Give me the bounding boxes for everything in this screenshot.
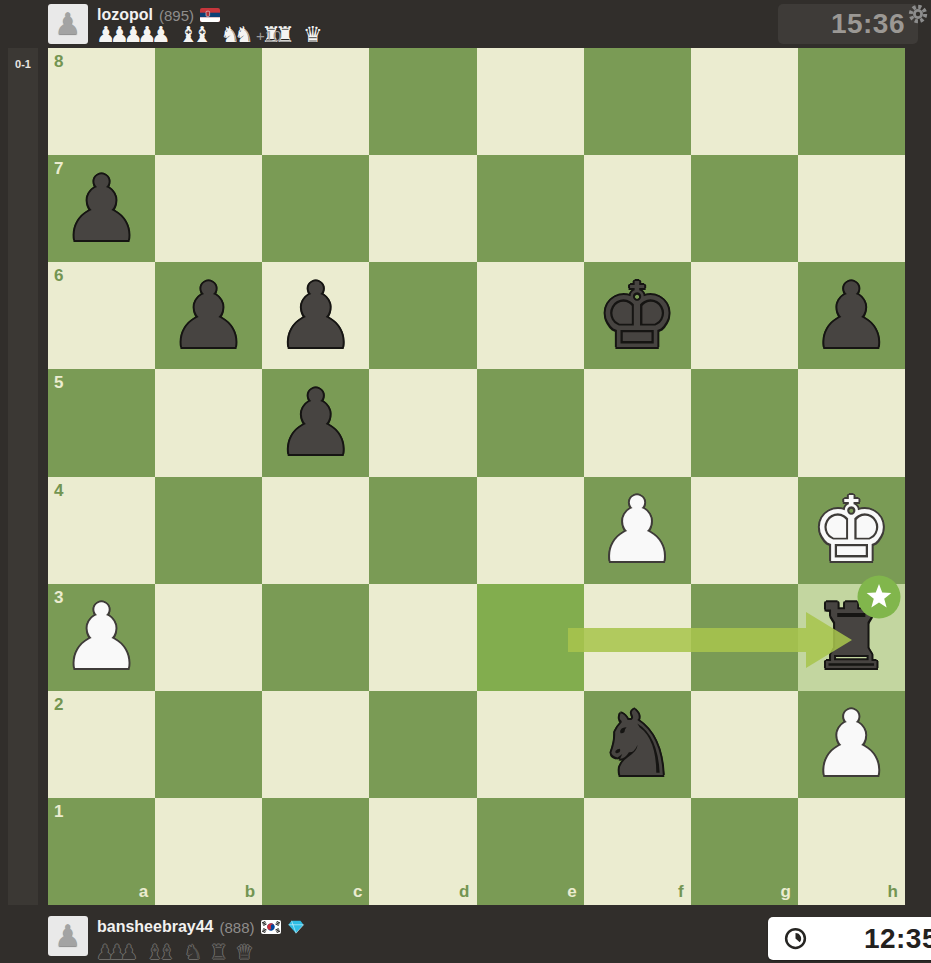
premium-diamond-icon [287, 919, 305, 935]
square-c1[interactable]: c [262, 798, 369, 905]
piece-bp-c5[interactable]: ♟ [275, 378, 356, 468]
square-g8[interactable] [691, 48, 798, 155]
square-g6[interactable] [691, 262, 798, 369]
captured-piece-b: ♝ [158, 942, 176, 962]
square-e5[interactable] [477, 369, 584, 476]
file-label-f: f [678, 883, 684, 900]
piece-wp-h2[interactable]: ♟ [811, 699, 892, 789]
square-f2[interactable]: ♞ [584, 691, 691, 798]
file-label-a: a [139, 883, 148, 900]
square-c4[interactable] [262, 477, 369, 584]
file-label-h: h [888, 883, 898, 900]
piece-wk-h4[interactable]: ♚ [811, 485, 892, 575]
square-b2[interactable] [155, 691, 262, 798]
square-f8[interactable] [584, 48, 691, 155]
square-f3[interactable] [584, 584, 691, 691]
square-b3[interactable] [155, 584, 262, 691]
square-a5[interactable]: 5 [48, 369, 155, 476]
top-clock-time: 15:36 [831, 8, 905, 40]
piece-wp-f4[interactable]: ♟ [597, 485, 678, 575]
square-d3[interactable] [369, 584, 476, 691]
bottom-player-rating: (888) [220, 919, 255, 936]
square-a8[interactable]: 8 [48, 48, 155, 155]
piece-wp-a3[interactable]: ♟ [61, 592, 142, 682]
square-f4[interactable]: ♟ [584, 477, 691, 584]
piece-bp-h6[interactable]: ♟ [811, 271, 892, 361]
rank-label-7: 7 [54, 160, 63, 177]
captured-piece-n: ♞ [234, 24, 254, 46]
rank-label-5: 5 [54, 374, 63, 391]
rank-label-1: 1 [54, 803, 63, 820]
piece-bk-f6[interactable]: ♚ [597, 271, 678, 361]
square-e3[interactable] [477, 584, 584, 691]
square-g4[interactable] [691, 477, 798, 584]
bottom-player-avatar[interactable]: ♟ [48, 916, 88, 956]
square-c6[interactable]: ♟ [262, 262, 369, 369]
square-a2[interactable]: 2 [48, 691, 155, 798]
game-result: 0-1 [15, 58, 31, 905]
captured-piece-q: ♛ [236, 942, 254, 962]
square-h1[interactable]: h [798, 798, 905, 905]
square-c8[interactable] [262, 48, 369, 155]
square-e1[interactable]: e [477, 798, 584, 905]
square-f1[interactable]: f [584, 798, 691, 905]
square-h4[interactable]: ♚ [798, 477, 905, 584]
captured-piece-n: ♞ [184, 942, 202, 962]
square-e2[interactable] [477, 691, 584, 798]
captured-piece-b: ♝ [192, 24, 212, 46]
captured-piece-q: ♛ [303, 24, 323, 46]
rank-label-3: 3 [54, 589, 63, 606]
file-label-c: c [353, 883, 362, 900]
square-f5[interactable] [584, 369, 691, 476]
captured-b-group: ♝♝ [179, 24, 212, 46]
square-h7[interactable] [798, 155, 905, 262]
captured-p-group: ♟♟♟♟♟ [96, 24, 171, 46]
square-h8[interactable] [798, 48, 905, 155]
file-label-e: e [567, 883, 576, 900]
square-h3[interactable]: ♜ [798, 584, 905, 691]
square-d2[interactable] [369, 691, 476, 798]
square-b5[interactable] [155, 369, 262, 476]
piece-bp-a7[interactable]: ♟ [61, 164, 142, 254]
square-b1[interactable]: b [155, 798, 262, 905]
top-player-avatar[interactable]: ♟ [48, 4, 88, 44]
square-h2[interactable]: ♟ [798, 691, 905, 798]
square-b7[interactable] [155, 155, 262, 262]
captured-n-group: ♞♞ [220, 24, 253, 46]
avatar-pawn-icon: ♟ [55, 921, 82, 951]
square-g5[interactable] [691, 369, 798, 476]
bottom-player-clock: 12:35 [768, 917, 931, 960]
south-korea-flag-icon [261, 920, 281, 934]
serbia-flag-icon [200, 8, 220, 22]
material-advantage: +10 [256, 25, 281, 47]
square-d7[interactable] [369, 155, 476, 262]
square-d4[interactable] [369, 477, 476, 584]
bottom-player-username[interactable]: bansheebray44 [97, 918, 214, 936]
square-g7[interactable] [691, 155, 798, 262]
top-player-captured-pieces: ♟♟♟♟♟♝♝♞♞♜♜♛ [96, 22, 331, 46]
captured-piece-p: ♟ [120, 942, 138, 962]
result-strip: 0-1 [8, 48, 38, 905]
top-player-clock: 15:36 [778, 4, 918, 44]
square-g1[interactable]: g [691, 798, 798, 905]
chess-board[interactable]: 87♟6♟♟♚♟5♟4♟♚3♟♜2♞♟1abcdefgh [48, 48, 905, 905]
square-g3[interactable] [691, 584, 798, 691]
rank-label-4: 4 [54, 482, 63, 499]
top-player-rating: (895) [159, 7, 194, 24]
square-g2[interactable] [691, 691, 798, 798]
square-a4[interactable]: 4 [48, 477, 155, 584]
captured-p-group: ♟♟♟ [96, 942, 138, 963]
square-c2[interactable] [262, 691, 369, 798]
square-d6[interactable] [369, 262, 476, 369]
square-e4[interactable] [477, 477, 584, 584]
square-b4[interactable] [155, 477, 262, 584]
piece-bp-c6[interactable]: ♟ [275, 271, 356, 361]
square-a6[interactable]: 6 [48, 262, 155, 369]
settings-gear-icon[interactable] [906, 2, 930, 30]
captured-n-group: ♞ [184, 942, 202, 963]
square-d8[interactable] [369, 48, 476, 155]
square-b8[interactable] [155, 48, 262, 155]
captured-r-group: ♜ [210, 942, 228, 963]
rank-label-6: 6 [54, 267, 63, 284]
captured-b-group: ♝♝ [146, 942, 176, 963]
captured-piece-r: ♜ [210, 942, 228, 962]
piece-br-h3[interactable]: ♜ [811, 592, 892, 682]
square-e7[interactable] [477, 155, 584, 262]
square-a1[interactable]: 1a [48, 798, 155, 905]
square-e8[interactable] [477, 48, 584, 155]
square-a7[interactable]: 7♟ [48, 155, 155, 262]
bottom-player-name-row: bansheebray44 (888) [97, 917, 305, 937]
avatar-pawn-icon: ♟ [55, 9, 82, 39]
bottom-player-captured-pieces: ♟♟♟♝♝♞♜♛ [96, 939, 262, 963]
square-d5[interactable] [369, 369, 476, 476]
captured-piece-p: ♟ [151, 24, 171, 46]
square-h5[interactable] [798, 369, 905, 476]
file-label-g: g [780, 883, 790, 900]
file-label-d: d [459, 883, 469, 900]
square-h6[interactable]: ♟ [798, 262, 905, 369]
square-d1[interactable]: d [369, 798, 476, 905]
piece-bp-b6[interactable]: ♟ [168, 271, 249, 361]
captured-q-group: ♛ [303, 24, 323, 46]
square-b6[interactable]: ♟ [155, 262, 262, 369]
file-label-b: b [245, 883, 255, 900]
captured-q-group: ♛ [236, 942, 254, 963]
rank-label-2: 2 [54, 696, 63, 713]
square-c5[interactable]: ♟ [262, 369, 369, 476]
piece-bn-f2[interactable]: ♞ [597, 699, 678, 789]
rank-label-8: 8 [54, 53, 63, 70]
square-f6[interactable]: ♚ [584, 262, 691, 369]
square-e6[interactable] [477, 262, 584, 369]
square-a3[interactable]: 3♟ [48, 584, 155, 691]
square-c7[interactable] [262, 155, 369, 262]
square-c3[interactable] [262, 584, 369, 691]
square-f7[interactable] [584, 155, 691, 262]
bottom-clock-time: 12:35 [864, 923, 931, 955]
clock-icon [783, 926, 808, 951]
